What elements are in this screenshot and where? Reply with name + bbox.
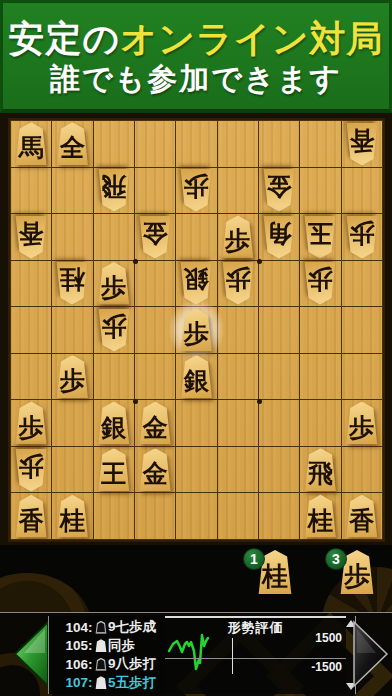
board-cell[interactable] [259, 307, 300, 354]
piece-glyph: 歩 [225, 262, 250, 297]
board-cell[interactable]: 歩 [218, 261, 259, 308]
bottom-panel: 104:9七歩成105:同歩106:9八歩打107:5五歩打 形勢評価 1500… [0, 612, 392, 696]
move-text: 同歩 [108, 637, 135, 655]
board-cell[interactable]: 銀 [176, 261, 217, 308]
shogi-piece-sente[interactable]: 銀 [96, 402, 132, 445]
next-move-button[interactable] [352, 617, 390, 691]
move-colon: : [88, 675, 94, 690]
shogi-piece-gote[interactable]: 金 [137, 215, 173, 258]
ad-line1-yellow: オンライン対局 [120, 18, 383, 59]
shogi-piece-sente[interactable]: 歩 [220, 215, 256, 258]
board-cell[interactable] [300, 354, 341, 401]
board-cell[interactable] [176, 447, 217, 494]
board-cell[interactable] [52, 214, 93, 261]
board-cell[interactable] [259, 354, 300, 401]
gote-piece-icon [95, 621, 107, 634]
chart-cursor-line [232, 638, 233, 674]
chart-ymin-label: -1500 [311, 660, 342, 674]
board-cell[interactable] [94, 493, 135, 540]
board-cell[interactable]: 全 [52, 121, 93, 168]
piece-glyph: 歩 [101, 270, 126, 305]
board-cell[interactable] [135, 493, 176, 540]
shogi-piece-sente[interactable]: 桂 [54, 495, 90, 538]
board-cell[interactable]: 香 [342, 121, 383, 168]
board-cell[interactable]: 歩 [176, 168, 217, 215]
board-cell[interactable] [135, 168, 176, 215]
board-cell[interactable] [342, 354, 383, 401]
shogi-piece-sente[interactable]: 飛 [302, 448, 338, 491]
board-cell[interactable]: 銀 [94, 400, 135, 447]
board-cell[interactable] [300, 121, 341, 168]
board-cell[interactable]: 金 [135, 447, 176, 494]
evaluation-chart: 形勢評価 1500 -1500 [165, 616, 346, 694]
piece-glyph: 桂 [60, 262, 85, 297]
move-text: 5五歩打 [108, 674, 156, 692]
piece-glyph: 歩 [101, 308, 126, 343]
board-cell[interactable] [300, 168, 341, 215]
board-cell[interactable]: 桂 [300, 493, 341, 540]
board-cell[interactable] [218, 447, 259, 494]
board-grid: 馬全香飛歩金香金歩角玉歩桂歩銀歩歩歩歩歩銀歩銀金歩歩王金飛香桂桂香 [10, 120, 383, 540]
board-cell[interactable] [135, 121, 176, 168]
board-cell[interactable] [52, 307, 93, 354]
board-cell[interactable]: 香 [11, 214, 52, 261]
board-cell[interactable]: 王 [94, 447, 135, 494]
board-cell[interactable]: 歩 [11, 400, 52, 447]
board-cell[interactable] [259, 261, 300, 308]
piece-glyph: 香 [19, 215, 44, 250]
move-colon: : [88, 657, 94, 672]
piece-glyph: 王 [101, 457, 126, 492]
board-cell[interactable]: 歩 [52, 354, 93, 401]
board-cell[interactable] [176, 121, 217, 168]
piece-glyph: 全 [60, 131, 85, 166]
piece-glyph: 金 [267, 169, 292, 204]
shogi-piece-gote[interactable]: 歩 [302, 262, 338, 305]
board-cell[interactable] [259, 400, 300, 447]
board-cell[interactable] [94, 121, 135, 168]
piece-glyph: 歩 [344, 558, 370, 594]
board-cell[interactable]: 桂 [52, 493, 93, 540]
shogi-piece-gote[interactable]: 香 [344, 122, 380, 165]
sente-piece-icon [95, 639, 107, 652]
hand-count-badge: 1 [243, 548, 265, 570]
piece-glyph: 桂 [262, 558, 288, 594]
board-cell[interactable] [176, 493, 217, 540]
piece-glyph: 金 [143, 410, 168, 445]
shogi-piece-sente[interactable]: 金 [137, 402, 173, 445]
board-cell[interactable]: 歩 [176, 307, 217, 354]
board-cell[interactable]: 桂 [52, 261, 93, 308]
star-point [133, 259, 138, 264]
shogi-piece-sente[interactable]: 銀 [178, 355, 214, 398]
piece-glyph: 飛 [308, 457, 333, 492]
board-cell[interactable] [342, 168, 383, 215]
piece-glyph: 銀 [184, 364, 209, 399]
piece-glyph: 銀 [184, 262, 209, 297]
board-cell[interactable] [342, 447, 383, 494]
move-number: 105 [54, 638, 88, 653]
board-cell[interactable] [300, 400, 341, 447]
prev-move-button[interactable] [12, 619, 50, 689]
board-frame: 馬全香飛歩金香金歩角玉歩桂歩銀歩歩歩歩歩銀歩銀金歩歩王金飛香桂桂香 [0, 113, 392, 545]
move-row[interactable]: 105:同歩 [54, 637, 165, 656]
shogi-piece-gote[interactable]: 金 [261, 169, 297, 212]
board-cell[interactable] [259, 493, 300, 540]
chart-ymax-label: 1500 [315, 631, 342, 645]
piece-glyph: 歩 [19, 410, 44, 445]
piece-glyph: 歩 [60, 364, 85, 399]
shogi-piece-sente[interactable]: 馬 [13, 122, 49, 165]
board-cell[interactable] [94, 354, 135, 401]
piece-glyph: 金 [143, 457, 168, 492]
board-cell[interactable] [11, 354, 52, 401]
shogi-piece-sente[interactable]: 香 [344, 495, 380, 538]
piece-glyph: 桂 [308, 503, 333, 538]
shogi-piece-sente[interactable]: 王 [96, 448, 132, 491]
board-cell[interactable]: 歩 [342, 214, 383, 261]
board-cell[interactable]: 角 [259, 214, 300, 261]
shogi-piece-gote[interactable]: 銀 [178, 262, 214, 305]
piece-glyph: 桂 [60, 503, 85, 538]
board-cell[interactable]: 歩 [94, 261, 135, 308]
shogi-piece-gote[interactable]: 歩 [344, 215, 380, 258]
shogi-app: 安定のオンライン対局 誰でも参加できます 馬全香飛歩金香金歩角玉歩桂歩銀歩歩歩歩… [0, 0, 392, 696]
board-cell[interactable] [259, 121, 300, 168]
board-cell[interactable]: 銀 [176, 354, 217, 401]
star-point [257, 259, 262, 264]
piece-glyph: 歩 [184, 317, 209, 352]
board-cell[interactable] [11, 307, 52, 354]
board-cell[interactable]: 飛 [300, 447, 341, 494]
shogi-piece-sente[interactable]: 歩 [178, 308, 214, 351]
shogi-piece-gote[interactable]: 桂 [54, 262, 90, 305]
sente-piece-icon [95, 676, 107, 689]
piece-glyph: 銀 [101, 410, 126, 445]
board-cell[interactable]: 玉 [300, 214, 341, 261]
shogi-piece-gote[interactable]: 玉 [302, 215, 338, 258]
piece-glyph: 歩 [349, 215, 374, 250]
move-colon: : [88, 638, 94, 653]
piece-stand-sente: 1桂3歩 [0, 545, 392, 612]
chart-zero-line [165, 658, 346, 659]
ad-banner-line2: 誰でも参加できます [50, 61, 342, 97]
piece-glyph: 金 [143, 215, 168, 250]
board-cell[interactable] [342, 261, 383, 308]
shogi-piece-gote[interactable]: 歩 [96, 308, 132, 351]
shogi-piece-gote[interactable]: 歩 [13, 448, 49, 491]
shogi-piece-sente[interactable]: 歩 [13, 402, 49, 445]
move-colon: : [88, 620, 94, 635]
hand-count-badge: 3 [325, 548, 347, 570]
board-cell[interactable]: 歩 [342, 400, 383, 447]
shogi-piece-gote[interactable]: 飛 [96, 169, 132, 212]
shogi-piece-sente[interactable]: 金 [137, 448, 173, 491]
move-number: 106 [54, 657, 88, 672]
piece-glyph: 歩 [184, 169, 209, 204]
board-cell[interactable]: 香 [11, 493, 52, 540]
hand-piece[interactable]: 3歩 [338, 550, 376, 594]
board-cell[interactable]: 馬 [11, 121, 52, 168]
move-text: 9八歩打 [108, 655, 156, 673]
ad-line1-white: 安定の [8, 18, 120, 59]
shogi-board: 馬全香飛歩金香金歩角玉歩桂歩銀歩歩歩歩歩銀歩銀金歩歩王金飛香桂桂香 [8, 118, 385, 542]
piece-glyph: 歩 [308, 262, 333, 297]
move-row[interactable]: 106:9八歩打 [54, 655, 165, 674]
board-cell[interactable] [176, 214, 217, 261]
shogi-piece-sente[interactable]: 香 [13, 495, 49, 538]
board-cell[interactable] [342, 307, 383, 354]
board-cell[interactable]: 歩 [300, 261, 341, 308]
move-number: 104 [54, 620, 88, 635]
board-cell[interactable] [52, 447, 93, 494]
shogi-piece-sente[interactable]: 歩 [96, 262, 132, 305]
board-cell[interactable]: 歩 [218, 214, 259, 261]
shogi-piece-sente[interactable]: 全 [54, 122, 90, 165]
move-row[interactable]: 104:9七歩成 [54, 618, 165, 637]
board-cell[interactable] [11, 261, 52, 308]
board-cell[interactable] [11, 168, 52, 215]
move-text: 9七歩成 [108, 618, 156, 636]
shogi-piece-sente[interactable]: 桂 [302, 495, 338, 538]
move-row[interactable]: 107:5五歩打 [54, 674, 165, 693]
move-list[interactable]: 104:9七歩成105:同歩106:9八歩打107:5五歩打 [48, 616, 165, 694]
gote-piece-icon [95, 658, 107, 671]
piece-glyph: 角 [267, 215, 292, 250]
board-cell[interactable] [300, 307, 341, 354]
board-cell[interactable]: 金 [135, 214, 176, 261]
piece-glyph: 玉 [308, 215, 333, 250]
board-cell[interactable] [52, 400, 93, 447]
board-cell[interactable] [218, 493, 259, 540]
board-cell[interactable] [94, 214, 135, 261]
shogi-piece-gote[interactable]: 歩 [178, 169, 214, 212]
board-cell[interactable] [52, 168, 93, 215]
move-number: 107 [54, 675, 88, 690]
piece-glyph: 歩 [19, 448, 44, 483]
board-cell[interactable]: 金 [135, 400, 176, 447]
ad-banner[interactable]: 安定のオンライン対局 誰でも参加できます [0, 0, 392, 113]
shogi-piece-gote[interactable]: 歩 [220, 262, 256, 305]
piece-glyph: 歩 [349, 410, 374, 445]
shogi-piece-sente[interactable]: 歩 [54, 355, 90, 398]
piece-glyph: 歩 [225, 224, 250, 259]
star-point [257, 399, 262, 404]
shogi-piece-gote[interactable]: 角 [261, 215, 297, 258]
board-cell[interactable] [259, 447, 300, 494]
board-cell[interactable] [176, 400, 217, 447]
hand-piece[interactable]: 1桂 [256, 550, 294, 594]
board-cell[interactable]: 歩 [11, 447, 52, 494]
shogi-piece-gote[interactable]: 香 [13, 215, 49, 258]
piece-glyph: 馬 [19, 131, 44, 166]
shogi-piece-sente[interactable]: 歩 [344, 402, 380, 445]
board-cell[interactable] [218, 400, 259, 447]
board-cell[interactable]: 香 [342, 493, 383, 540]
stand-ornament-left [0, 573, 92, 612]
board-cell[interactable] [218, 121, 259, 168]
board-cell[interactable] [218, 168, 259, 215]
board-cell[interactable]: 金 [259, 168, 300, 215]
ad-banner-line1: 安定のオンライン対局 [8, 16, 383, 61]
piece-glyph: 香 [349, 122, 374, 157]
piece-glyph: 香 [349, 503, 374, 538]
board-cell[interactable]: 歩 [94, 307, 135, 354]
piece-glyph: 飛 [101, 169, 126, 204]
piece-glyph: 香 [19, 503, 44, 538]
board-cell[interactable]: 飛 [94, 168, 135, 215]
